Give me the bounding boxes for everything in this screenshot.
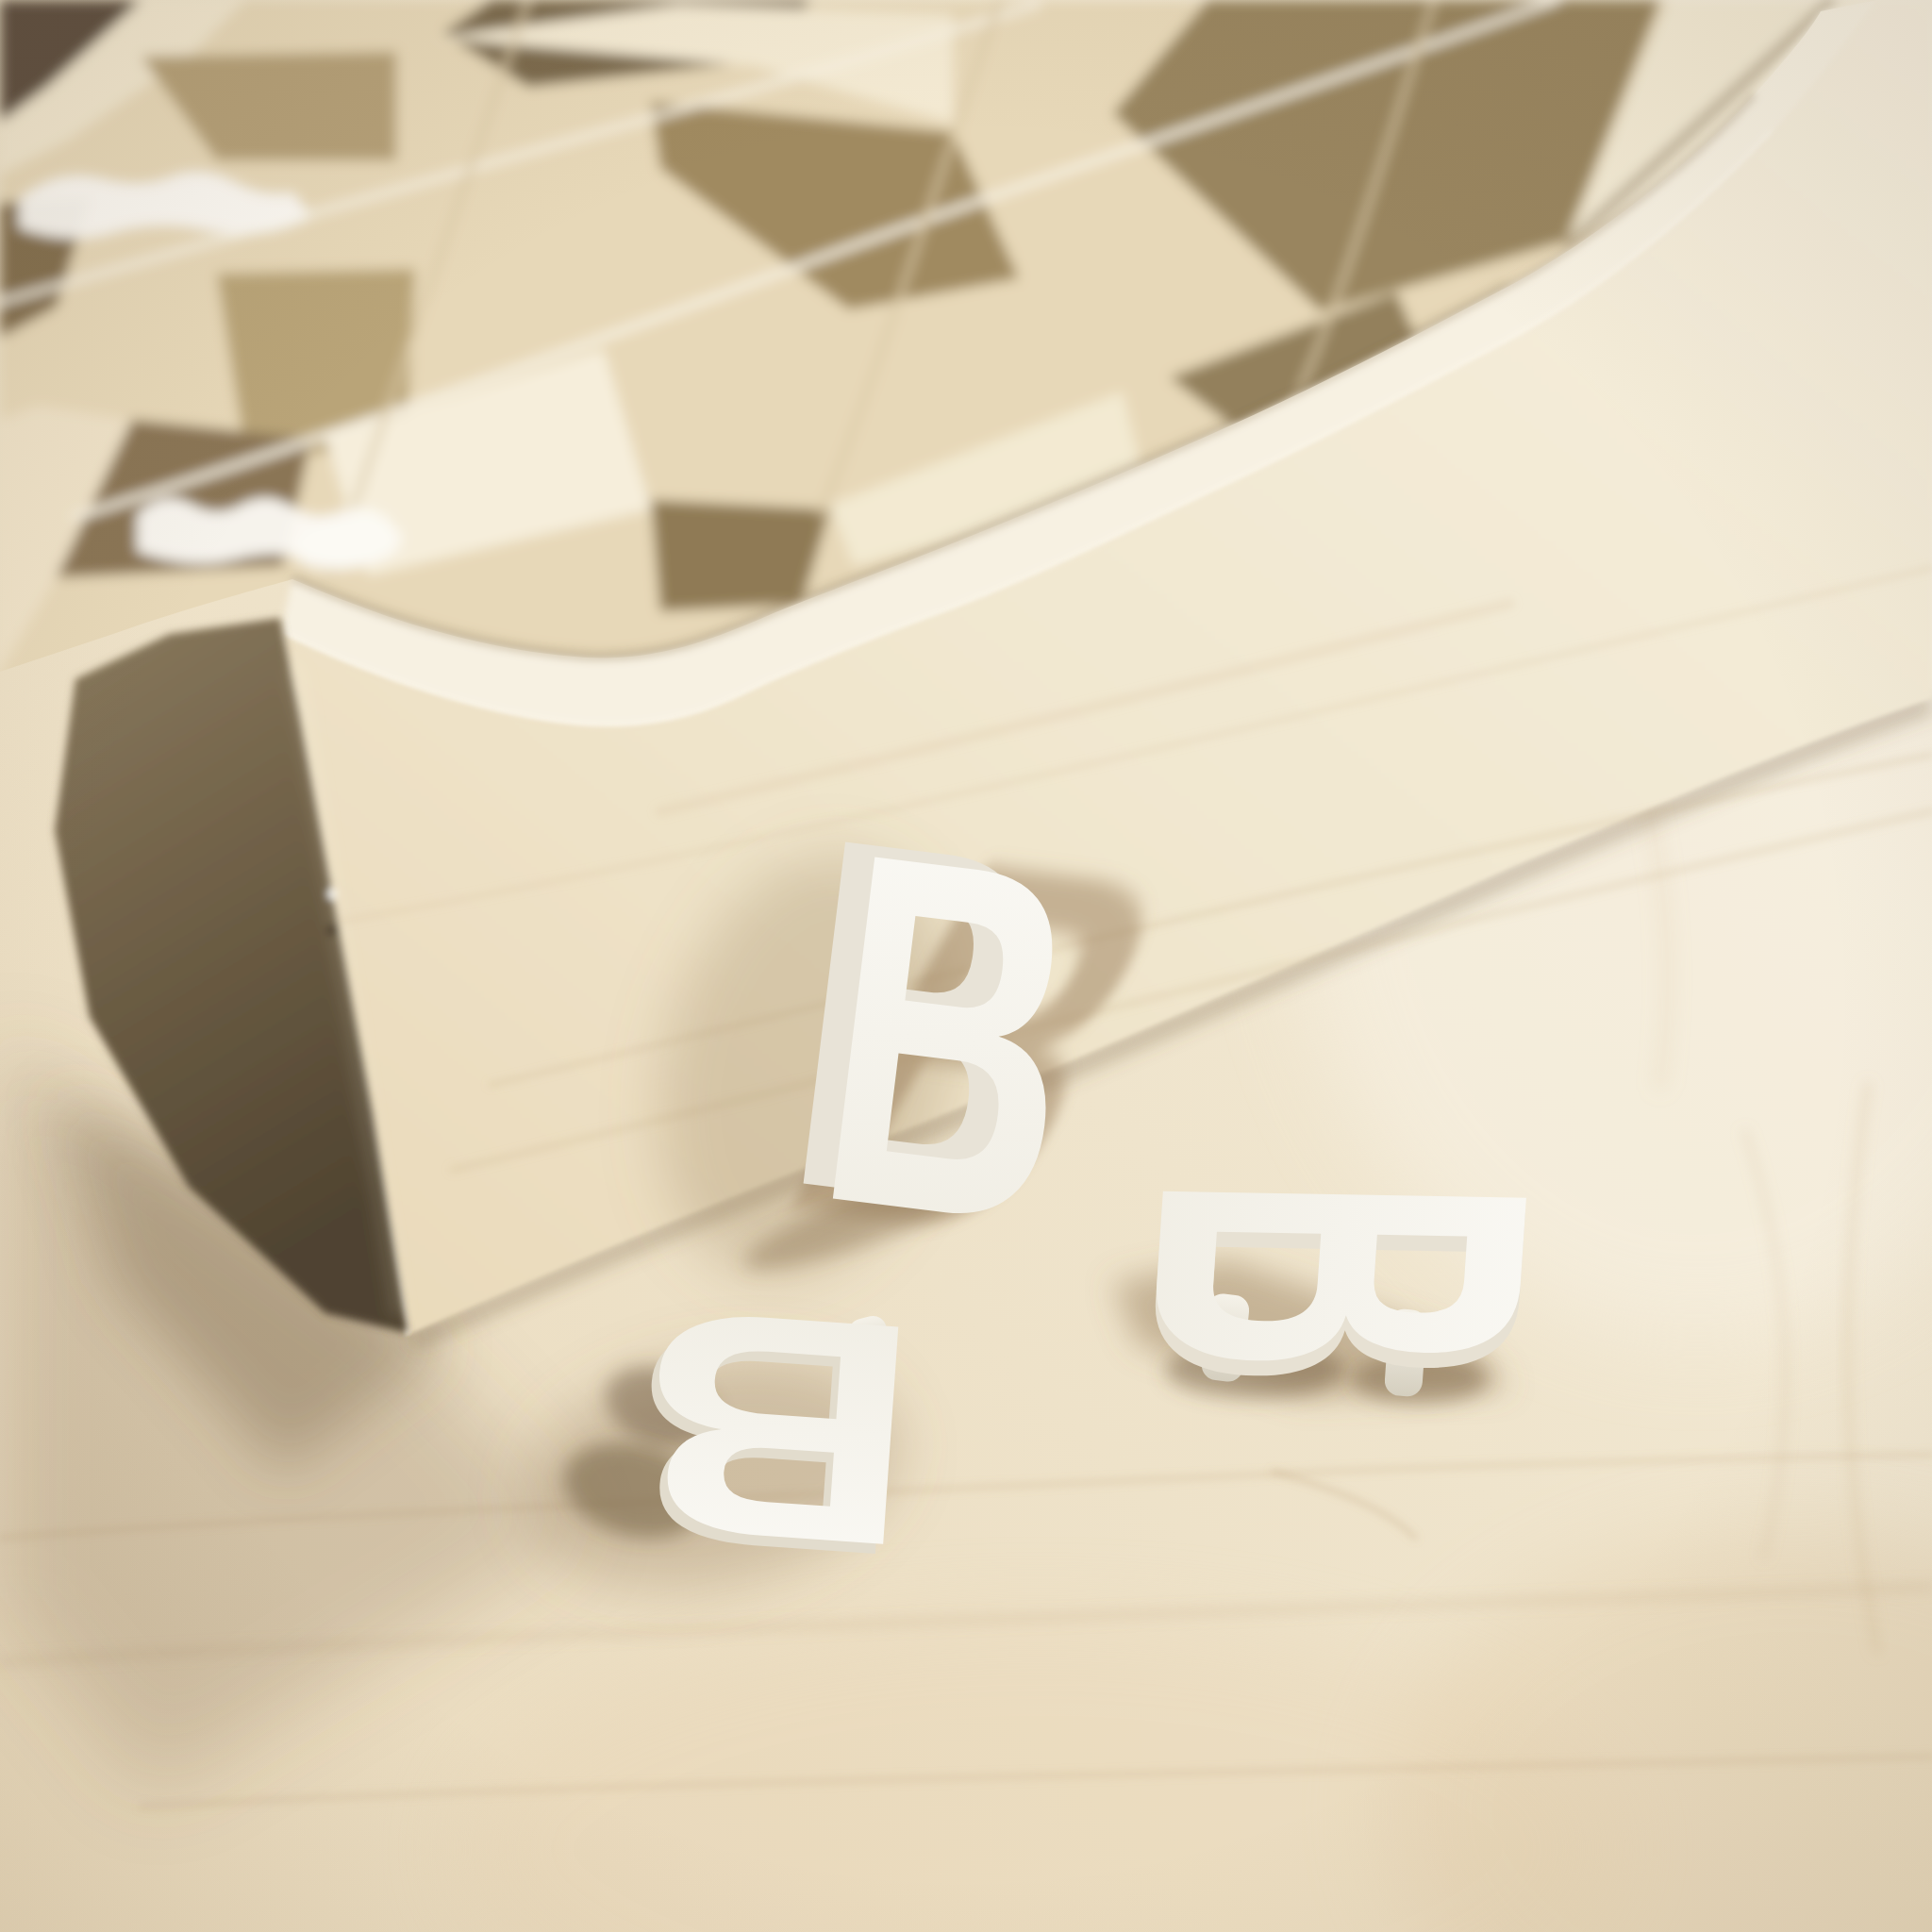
photo-scene: B B B B B B B [0,0,1932,1932]
photo-canvas: B B B B B B B [0,0,1932,1932]
vignette-overlay [0,0,1932,1932]
